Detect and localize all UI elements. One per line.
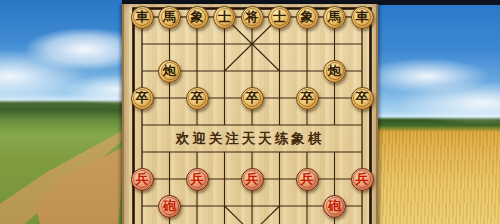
piece-red-soldier[interactable]: 兵 [131, 168, 154, 191]
piece-glyph: 卒 [136, 89, 149, 107]
piece-glyph: 卒 [301, 89, 314, 107]
piece-black-chariot[interactable]: 車 [351, 6, 374, 29]
piece-glyph: 士 [273, 8, 286, 26]
piece-glyph: 車 [136, 8, 149, 26]
piece-glyph: 炮 [328, 62, 341, 80]
piece-black-soldier[interactable]: 卒 [351, 87, 374, 110]
piece-glyph: 砲 [163, 197, 176, 215]
background-right-wheat-field [378, 0, 500, 224]
piece-glyph: 砲 [328, 197, 341, 215]
piece-black-soldier[interactable]: 卒 [131, 87, 154, 110]
piece-glyph: 炮 [163, 62, 176, 80]
piece-red-cannon[interactable]: 砲 [158, 195, 181, 218]
background-left-countryside [0, 0, 122, 224]
piece-black-horse[interactable]: 馬 [323, 6, 346, 29]
piece-black-elephant[interactable]: 象 [186, 6, 209, 29]
piece-glyph: 馬 [328, 8, 341, 26]
piece-black-horse[interactable]: 馬 [158, 6, 181, 29]
piece-glyph: 兵 [191, 170, 204, 188]
piece-glyph: 車 [356, 8, 369, 26]
piece-black-cannon[interactable]: 炮 [158, 60, 181, 83]
piece-glyph: 兵 [246, 170, 259, 188]
dirt-road-main-track [0, 0, 122, 224]
piece-black-chariot[interactable]: 車 [131, 6, 154, 29]
piece-glyph: 卒 [191, 89, 204, 107]
board-grid-lines [124, 4, 376, 224]
piece-black-cannon[interactable]: 炮 [323, 60, 346, 83]
piece-glyph: 馬 [163, 8, 176, 26]
piece-glyph: 象 [191, 8, 204, 26]
piece-glyph: 将 [246, 8, 259, 26]
piece-red-soldier[interactable]: 兵 [241, 168, 264, 191]
piece-red-soldier[interactable]: 兵 [351, 168, 374, 191]
piece-black-general[interactable]: 将 [241, 6, 264, 29]
piece-black-advisor[interactable]: 士 [268, 6, 291, 29]
piece-glyph: 象 [301, 8, 314, 26]
piece-glyph: 兵 [301, 170, 314, 188]
xiangqi-board[interactable]: 欢迎关注天天练象棋 車馬象士将士象馬車炮炮卒卒卒卒卒兵兵兵兵兵砲砲 [122, 4, 378, 224]
piece-black-soldier[interactable]: 卒 [296, 87, 319, 110]
piece-glyph: 兵 [356, 170, 369, 188]
screenshot-stage: 欢迎关注天天练象棋 車馬象士将士象馬車炮炮卒卒卒卒卒兵兵兵兵兵砲砲 [0, 0, 500, 224]
piece-glyph: 卒 [356, 89, 369, 107]
river-banner-text: 欢迎关注天天练象棋 [124, 126, 376, 152]
piece-red-soldier[interactable]: 兵 [186, 168, 209, 191]
piece-glyph: 兵 [136, 170, 149, 188]
piece-red-cannon[interactable]: 砲 [323, 195, 346, 218]
piece-black-soldier[interactable]: 卒 [241, 87, 264, 110]
piece-black-soldier[interactable]: 卒 [186, 87, 209, 110]
wheat-texture [378, 130, 500, 224]
piece-black-advisor[interactable]: 士 [213, 6, 236, 29]
piece-red-soldier[interactable]: 兵 [296, 168, 319, 191]
piece-glyph: 士 [218, 8, 231, 26]
piece-glyph: 卒 [246, 89, 259, 107]
piece-black-elephant[interactable]: 象 [296, 6, 319, 29]
